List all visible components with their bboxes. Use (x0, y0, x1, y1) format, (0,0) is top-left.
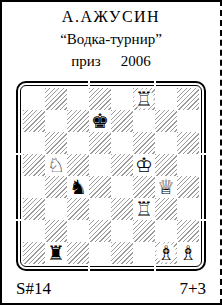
square-g5 (155, 154, 177, 176)
square-h6 (177, 132, 199, 154)
square-b5: ♘ (45, 154, 67, 176)
white-rook-f3: ♖ (133, 198, 155, 220)
square-h2 (177, 220, 199, 242)
square-d3 (89, 198, 111, 220)
black-king-d7: ♚ (89, 110, 111, 132)
square-a1 (23, 242, 45, 264)
square-g7 (155, 110, 177, 132)
square-a2 (23, 220, 45, 242)
square-e7 (111, 110, 133, 132)
square-g8 (155, 88, 177, 110)
square-d5 (89, 154, 111, 176)
square-c4: ♞ (67, 176, 89, 198)
white-queen-g4: ♕ (155, 176, 177, 198)
black-rook-b1: ♜ (45, 242, 67, 264)
square-d4 (89, 176, 111, 198)
square-h8 (177, 88, 199, 110)
prize-line: приз 2006 (2, 51, 220, 71)
square-c5 (67, 154, 89, 176)
square-g1: ♗ (155, 242, 177, 264)
square-c6 (67, 132, 89, 154)
frame-tick (16, 153, 22, 155)
square-g3 (155, 198, 177, 220)
square-b7 (45, 110, 67, 132)
problem-header: А.АЖУСИН “Водка-турнир” приз 2006 (2, 2, 220, 71)
frame-tick (200, 219, 206, 221)
square-f1 (133, 242, 155, 264)
square-a8 (23, 88, 45, 110)
stipulation-label: S#14 (16, 279, 51, 299)
prize-year: 2006 (121, 51, 151, 71)
square-f2 (133, 220, 155, 242)
white-knight-b5: ♘ (45, 154, 67, 176)
square-e8 (111, 88, 133, 110)
square-e6 (111, 132, 133, 154)
square-g2 (155, 220, 177, 242)
problem-card: А.АЖУСИН “Водка-турнир” приз 2006 ♖♚♘♔♞♕… (0, 0, 222, 305)
square-h4 (177, 176, 199, 198)
square-b8 (45, 88, 67, 110)
square-e1 (111, 242, 133, 264)
frame-tick (200, 153, 206, 155)
square-a4 (23, 176, 45, 198)
square-d8 (89, 88, 111, 110)
square-b2 (45, 220, 67, 242)
frame-tick (16, 219, 22, 221)
square-e5 (111, 154, 133, 176)
square-a6 (23, 132, 45, 154)
frame-tick (154, 265, 156, 271)
square-c7 (67, 110, 89, 132)
square-b4 (45, 176, 67, 198)
square-d7: ♚ (89, 110, 111, 132)
white-bishop-g1: ♗ (155, 242, 177, 264)
square-b3 (45, 198, 67, 220)
square-h3 (177, 198, 199, 220)
square-b6 (45, 132, 67, 154)
material-count: 7+3 (179, 279, 206, 299)
square-c2 (67, 220, 89, 242)
square-h1: ♗ (177, 242, 199, 264)
square-f3: ♖ (133, 198, 155, 220)
square-e3 (111, 198, 133, 220)
square-h7 (177, 110, 199, 132)
tournament-name: “Водка-турнир” (2, 29, 220, 49)
square-f4 (133, 176, 155, 198)
frame-tick (154, 81, 156, 87)
square-g4: ♕ (155, 176, 177, 198)
square-e4 (111, 176, 133, 198)
square-a5 (23, 154, 45, 176)
frame-tick (88, 265, 90, 271)
square-c8 (67, 88, 89, 110)
author-name: А.АЖУСИН (2, 7, 220, 27)
square-f8: ♖ (133, 88, 155, 110)
square-b1: ♜ (45, 242, 67, 264)
square-d2 (89, 220, 111, 242)
square-g6 (155, 132, 177, 154)
square-d1 (89, 242, 111, 264)
square-c1 (67, 242, 89, 264)
white-bishop-h1: ♗ (177, 242, 199, 264)
prize-word: приз (71, 51, 100, 71)
square-c3 (67, 198, 89, 220)
square-a7 (23, 110, 45, 132)
chess-board: ♖♚♘♔♞♕♖♜♗♗ (16, 81, 206, 271)
white-rook-f8: ♖ (133, 88, 155, 110)
board-grid: ♖♚♘♔♞♕♖♜♗♗ (23, 88, 199, 264)
frame-tick (88, 81, 90, 87)
square-a3 (23, 198, 45, 220)
square-e2 (111, 220, 133, 242)
problem-footer: S#14 7+3 (16, 279, 206, 299)
square-h5 (177, 154, 199, 176)
square-f7 (133, 110, 155, 132)
square-f5: ♔ (133, 154, 155, 176)
square-d6 (89, 132, 111, 154)
square-f6 (133, 132, 155, 154)
white-king-f5: ♔ (133, 154, 155, 176)
black-knight-c4: ♞ (67, 176, 89, 198)
